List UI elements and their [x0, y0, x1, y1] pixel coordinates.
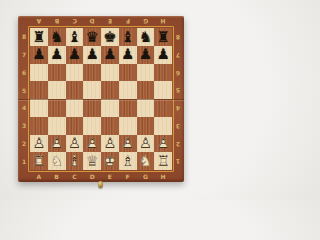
- square-f4[interactable]: [119, 99, 137, 117]
- square-d6[interactable]: [83, 64, 101, 82]
- chess-board: ABCDEFGH ABCDEFGH 87654321 87654321 ♜♞♝♛…: [18, 16, 184, 182]
- piece-white-pawn[interactable]: ♟♙: [66, 135, 84, 153]
- white-piece-outline: ♗: [119, 152, 137, 170]
- square-b7[interactable]: ♟: [48, 46, 66, 64]
- square-d3[interactable]: [83, 117, 101, 135]
- latch-knob: [98, 181, 103, 188]
- file-labels-bottom: ABCDEFGH: [30, 171, 172, 181]
- square-c8[interactable]: ♝: [66, 28, 84, 46]
- piece-white-rook[interactable]: ♜♖: [154, 152, 172, 170]
- white-piece-outline: ♘: [137, 152, 155, 170]
- square-d7[interactable]: ♟: [83, 46, 101, 64]
- square-h3[interactable]: [154, 117, 172, 135]
- square-g1[interactable]: ♞♘: [137, 152, 155, 170]
- square-e3[interactable]: [101, 117, 119, 135]
- square-b1[interactable]: ♞♘: [48, 152, 66, 170]
- square-h4[interactable]: [154, 99, 172, 117]
- square-g6[interactable]: [137, 64, 155, 82]
- square-f8[interactable]: ♝: [119, 28, 137, 46]
- coord-label: A: [30, 171, 48, 181]
- coord-label: 8: [19, 28, 29, 46]
- white-piece-outline: ♙: [30, 135, 48, 153]
- square-f5[interactable]: [119, 81, 137, 99]
- piece-white-king[interactable]: ♚♔: [101, 152, 119, 170]
- square-b3[interactable]: [48, 117, 66, 135]
- piece-white-pawn[interactable]: ♟♙: [119, 135, 137, 153]
- white-piece-outline: ♙: [101, 135, 119, 153]
- square-a7[interactable]: ♟: [30, 46, 48, 64]
- piece-black-pawn[interactable]: ♟: [119, 46, 137, 64]
- square-d8[interactable]: ♛: [83, 28, 101, 46]
- coord-label: 4: [173, 99, 183, 117]
- white-piece-outline: ♘: [48, 152, 66, 170]
- coord-label: G: [137, 171, 155, 181]
- square-a2[interactable]: ♟♙: [30, 135, 48, 153]
- square-c6[interactable]: [66, 64, 84, 82]
- square-c4[interactable]: [66, 99, 84, 117]
- square-d1[interactable]: ♛♕: [83, 152, 101, 170]
- square-g2[interactable]: ♟♙: [137, 135, 155, 153]
- square-e7[interactable]: ♟: [101, 46, 119, 64]
- square-h8[interactable]: ♜: [154, 28, 172, 46]
- piece-white-pawn[interactable]: ♟♙: [48, 135, 66, 153]
- white-piece-outline: ♗: [66, 152, 84, 170]
- square-g4[interactable]: [137, 99, 155, 117]
- square-d2[interactable]: ♟♙: [83, 135, 101, 153]
- rank-labels-left: 87654321: [19, 28, 29, 170]
- white-piece-outline: ♖: [154, 152, 172, 170]
- white-piece-outline: ♔: [101, 152, 119, 170]
- coord-label: H: [154, 17, 172, 27]
- square-f2[interactable]: ♟♙: [119, 135, 137, 153]
- white-piece-outline: ♙: [119, 135, 137, 153]
- square-f6[interactable]: [119, 64, 137, 82]
- piece-black-knight[interactable]: ♞: [48, 28, 66, 46]
- piece-white-pawn[interactable]: ♟♙: [30, 135, 48, 153]
- coord-label: 2: [173, 135, 183, 153]
- square-f7[interactable]: ♟: [119, 46, 137, 64]
- piece-black-rook[interactable]: ♜: [154, 28, 172, 46]
- piece-black-bishop[interactable]: ♝: [119, 28, 137, 46]
- coord-label: 4: [19, 99, 29, 117]
- white-piece-outline: ♙: [83, 135, 101, 153]
- square-e2[interactable]: ♟♙: [101, 135, 119, 153]
- coord-label: D: [83, 17, 101, 27]
- coord-label: 6: [173, 64, 183, 82]
- coord-label: 2: [19, 135, 29, 153]
- coord-label: 5: [173, 81, 183, 99]
- piece-black-pawn[interactable]: ♟: [101, 46, 119, 64]
- square-a8[interactable]: ♜: [30, 28, 48, 46]
- square-e6[interactable]: [101, 64, 119, 82]
- square-b8[interactable]: ♞: [48, 28, 66, 46]
- square-f1[interactable]: ♝♗: [119, 152, 137, 170]
- square-e8[interactable]: ♚: [101, 28, 119, 46]
- piece-white-bishop[interactable]: ♝♗: [66, 152, 84, 170]
- piece-white-knight[interactable]: ♞♘: [48, 152, 66, 170]
- brass-latch: [97, 181, 104, 190]
- square-b6[interactable]: [48, 64, 66, 82]
- square-a3[interactable]: [30, 117, 48, 135]
- square-a6[interactable]: [30, 64, 48, 82]
- piece-white-pawn[interactable]: ♟♙: [101, 135, 119, 153]
- coord-label: B: [48, 171, 66, 181]
- piece-white-queen[interactable]: ♛♕: [83, 152, 101, 170]
- square-g3[interactable]: [137, 117, 155, 135]
- square-d4[interactable]: [83, 99, 101, 117]
- rank-labels-right: 87654321: [173, 28, 183, 170]
- piece-white-pawn[interactable]: ♟♙: [83, 135, 101, 153]
- piece-black-king[interactable]: ♚: [101, 28, 119, 46]
- square-f3[interactable]: [119, 117, 137, 135]
- coord-label: 3: [173, 117, 183, 135]
- coord-label: C: [66, 17, 84, 27]
- white-piece-outline: ♙: [66, 135, 84, 153]
- square-a4[interactable]: [30, 99, 48, 117]
- coord-label: 5: [19, 81, 29, 99]
- square-a5[interactable]: [30, 81, 48, 99]
- square-b2[interactable]: ♟♙: [48, 135, 66, 153]
- coord-label: F: [119, 17, 137, 27]
- white-piece-outline: ♕: [83, 152, 101, 170]
- square-c7[interactable]: ♟: [66, 46, 84, 64]
- piece-black-pawn[interactable]: ♟: [154, 46, 172, 64]
- square-h2[interactable]: ♟♙: [154, 135, 172, 153]
- photo-wooden-folding-chess-set: { "game": "chess", "position": { "fen": …: [0, 0, 200, 200]
- coord-label: 7: [173, 46, 183, 64]
- white-piece-outline: ♙: [154, 135, 172, 153]
- coord-label: D: [83, 171, 101, 181]
- white-piece-outline: ♙: [137, 135, 155, 153]
- square-h7[interactable]: ♟: [154, 46, 172, 64]
- piece-black-pawn[interactable]: ♟: [66, 46, 84, 64]
- coord-label: 8: [173, 28, 183, 46]
- square-h1[interactable]: ♜♖: [154, 152, 172, 170]
- square-h5[interactable]: [154, 81, 172, 99]
- square-g7[interactable]: ♟: [137, 46, 155, 64]
- square-b5[interactable]: [48, 81, 66, 99]
- piece-white-pawn[interactable]: ♟♙: [137, 135, 155, 153]
- coord-label: H: [154, 171, 172, 181]
- square-h6[interactable]: [154, 64, 172, 82]
- piece-black-rook[interactable]: ♜: [30, 28, 48, 46]
- square-g5[interactable]: [137, 81, 155, 99]
- piece-white-bishop[interactable]: ♝♗: [119, 152, 137, 170]
- square-e5[interactable]: [101, 81, 119, 99]
- coord-label: A: [30, 17, 48, 27]
- square-c3[interactable]: [66, 117, 84, 135]
- square-e1[interactable]: ♚♔: [101, 152, 119, 170]
- piece-white-rook[interactable]: ♜♖: [30, 152, 48, 170]
- coord-label: B: [48, 17, 66, 27]
- square-c1[interactable]: ♝♗: [66, 152, 84, 170]
- coord-label: 1: [173, 152, 183, 170]
- coord-label: 3: [19, 117, 29, 135]
- piece-white-pawn[interactable]: ♟♙: [154, 135, 172, 153]
- piece-black-queen[interactable]: ♛: [83, 28, 101, 46]
- white-piece-outline: ♙: [48, 135, 66, 153]
- coord-label: 6: [19, 64, 29, 82]
- piece-black-pawn[interactable]: ♟: [137, 46, 155, 64]
- coord-label: C: [66, 171, 84, 181]
- coord-label: 7: [19, 46, 29, 64]
- square-d5[interactable]: [83, 81, 101, 99]
- piece-black-knight[interactable]: ♞: [137, 28, 155, 46]
- square-a1[interactable]: ♜♖: [30, 152, 48, 170]
- piece-black-pawn[interactable]: ♟: [83, 46, 101, 64]
- square-g8[interactable]: ♞: [137, 28, 155, 46]
- square-c5[interactable]: [66, 81, 84, 99]
- piece-black-pawn[interactable]: ♟: [48, 46, 66, 64]
- piece-black-pawn[interactable]: ♟: [30, 46, 48, 64]
- square-b4[interactable]: [48, 99, 66, 117]
- board-squares: ♜♞♝♛♚♝♞♜♟♟♟♟♟♟♟♟♟♙♟♙♟♙♟♙♟♙♟♙♟♙♟♙♜♖♞♘♝♗♛♕…: [30, 28, 172, 170]
- piece-black-bishop[interactable]: ♝: [66, 28, 84, 46]
- file-labels-top: ABCDEFGH: [30, 17, 172, 27]
- coord-label: F: [119, 171, 137, 181]
- coord-label: E: [101, 17, 119, 27]
- coord-label: E: [101, 171, 119, 181]
- coord-label: G: [137, 17, 155, 27]
- white-piece-outline: ♖: [30, 152, 48, 170]
- piece-white-knight[interactable]: ♞♘: [137, 152, 155, 170]
- coord-label: 1: [19, 152, 29, 170]
- square-c2[interactable]: ♟♙: [66, 135, 84, 153]
- square-e4[interactable]: [101, 99, 119, 117]
